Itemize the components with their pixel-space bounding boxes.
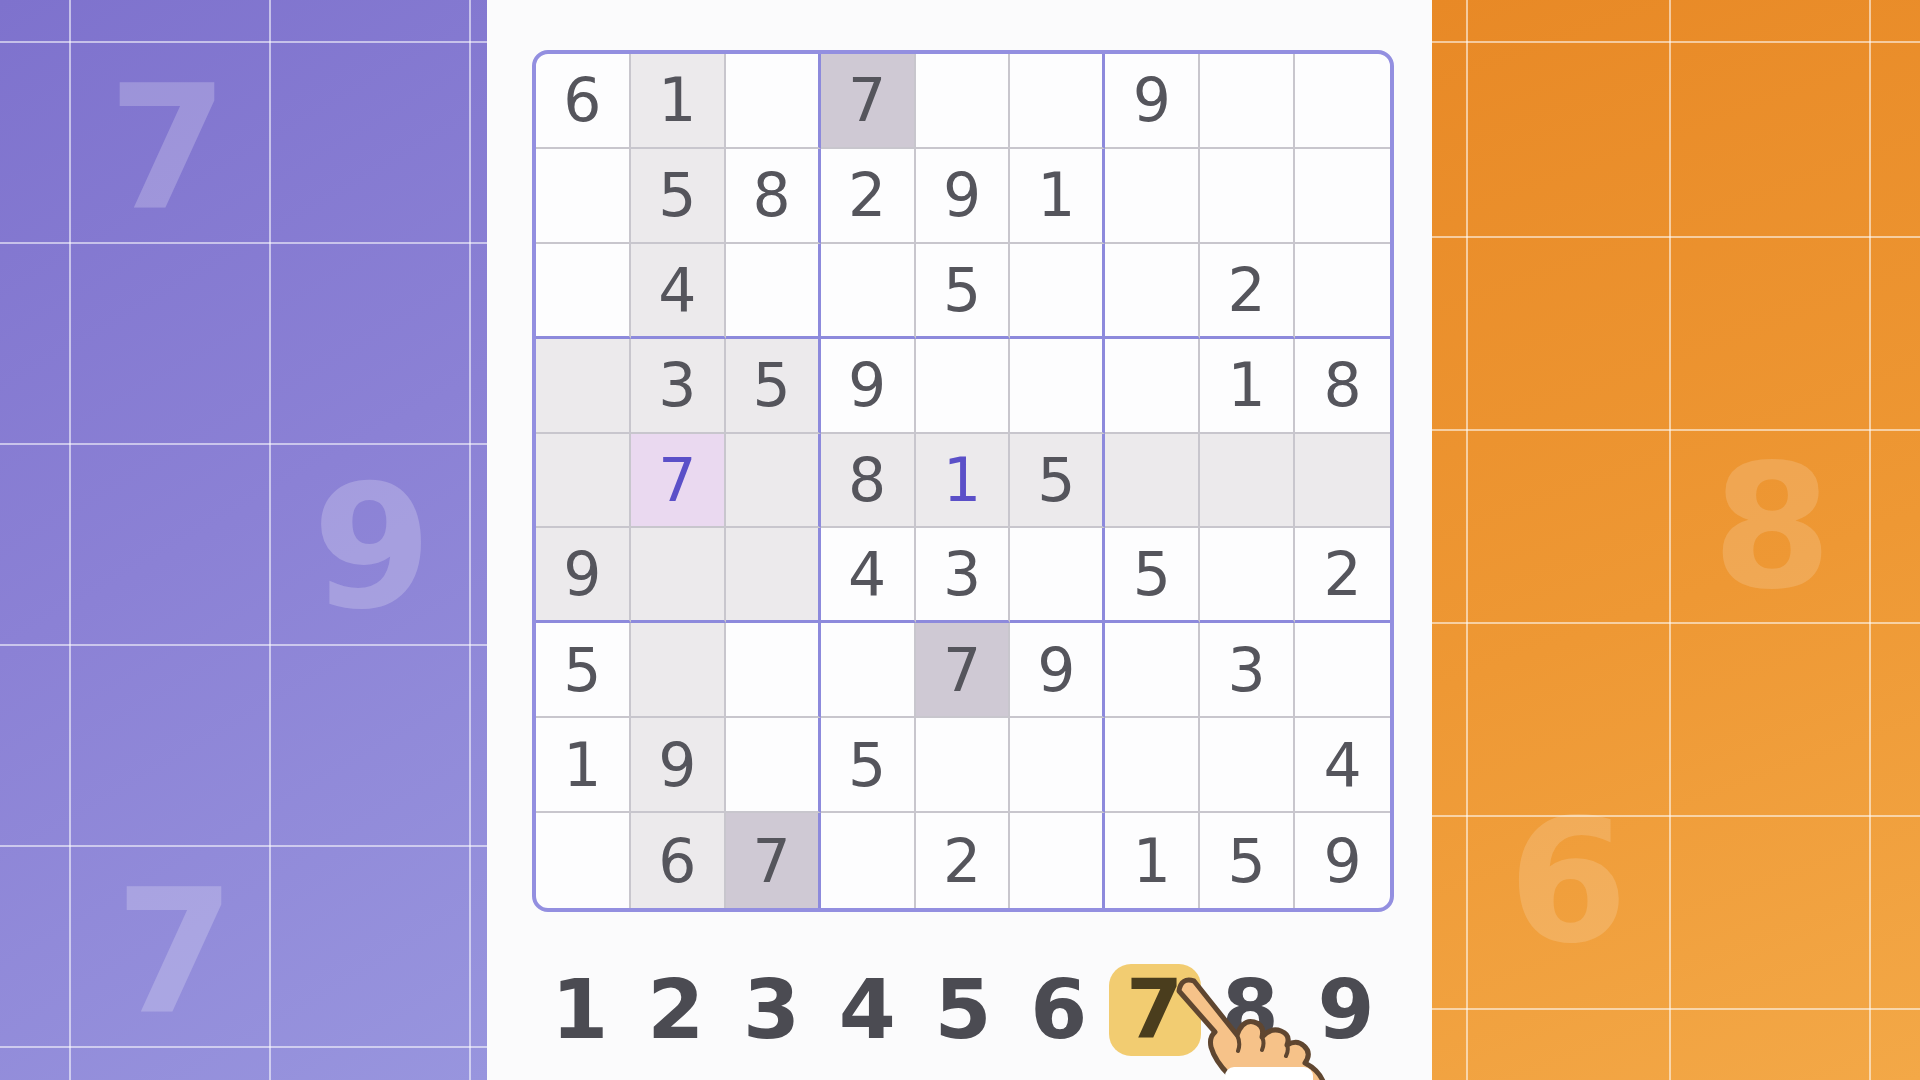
grid-cell-r8c3[interactable]	[726, 718, 821, 813]
grid-cell-r8c5[interactable]	[916, 718, 1011, 813]
grid-cell-r2c9[interactable]	[1295, 149, 1390, 244]
bg-grid-line	[1432, 41, 1920, 43]
cell-digit: 2	[1228, 260, 1266, 320]
cell-digit: 7	[943, 640, 981, 700]
grid-cell-r1c4[interactable]: 7	[821, 54, 916, 149]
game-panel: 6179582914523591878159435257931954672159…	[487, 0, 1432, 1080]
grid-cell-r5c9[interactable]	[1295, 434, 1390, 529]
grid-cell-r8c2[interactable]: 9	[631, 718, 726, 813]
cell-digit: 2	[1323, 544, 1361, 604]
cell-digit: 3	[1228, 640, 1266, 700]
grid-cell-r8c8[interactable]	[1200, 718, 1295, 813]
background-right-panel: 8 6	[1432, 0, 1920, 1080]
grid-cell-r1c3[interactable]	[726, 54, 821, 149]
grid-cell-r8c7[interactable]	[1105, 718, 1200, 813]
grid-cell-r7c8[interactable]: 3	[1200, 623, 1295, 718]
cell-digit: 6	[658, 831, 696, 891]
cell-digit: 5	[1228, 831, 1266, 891]
bg-grid-line	[0, 242, 487, 244]
cell-digit: 9	[1037, 640, 1075, 700]
grid-cell-r6c1[interactable]: 9	[536, 528, 631, 623]
grid-cell-r2c2[interactable]: 5	[631, 149, 726, 244]
grid-cell-r7c7[interactable]	[1105, 623, 1200, 718]
sudoku-app-screen: { "game": "sudoku", "board": { "size": "…	[0, 0, 1920, 1080]
cell-digit: 4	[848, 544, 886, 604]
bg-grid-line	[269, 0, 271, 1080]
grid-cell-r3c6[interactable]	[1010, 244, 1105, 339]
cell-digit: 8	[1323, 355, 1361, 415]
grid-cell-r5c3[interactable]	[726, 434, 821, 529]
grid-cell-r6c9[interactable]: 2	[1295, 528, 1390, 623]
bg-grid-line	[1432, 1008, 1920, 1010]
cell-digit: 3	[943, 544, 981, 604]
cell-digit: 1	[943, 450, 981, 510]
cell-digit: 8	[753, 165, 791, 225]
ghost-digit: 9	[312, 462, 432, 634]
numpad-key-label: 5	[934, 969, 991, 1051]
grid-cell-r9c2[interactable]: 6	[631, 813, 726, 908]
grid-cell-r9c7[interactable]: 1	[1105, 813, 1200, 908]
grid-cell-r4c7[interactable]	[1105, 339, 1200, 434]
cell-digit: 7	[753, 831, 791, 891]
bg-grid-line	[1466, 0, 1468, 1080]
grid-cell-r3c4[interactable]	[821, 244, 916, 339]
cell-digit: 1	[1133, 831, 1171, 891]
cell-digit: 3	[658, 355, 696, 415]
grid-cell-r1c8[interactable]	[1200, 54, 1295, 149]
grid-cell-r4c3[interactable]: 5	[726, 339, 821, 434]
cell-digit: 5	[1037, 450, 1075, 510]
grid-cell-r9c8[interactable]: 5	[1200, 813, 1295, 908]
grid-cell-r2c4[interactable]: 2	[821, 149, 916, 244]
cell-digit: 4	[658, 260, 696, 320]
numpad-key-1[interactable]: 1	[532, 940, 628, 1080]
bg-grid-line	[0, 845, 487, 847]
grid-cell-r8c1[interactable]: 1	[536, 718, 631, 813]
cell-digit: 9	[658, 735, 696, 795]
grid-cell-r9c5[interactable]: 2	[916, 813, 1011, 908]
bg-grid-line	[1669, 0, 1671, 1080]
numpad-key-label: 4	[839, 969, 896, 1051]
grid-cell-r6c5[interactable]: 3	[916, 528, 1011, 623]
numpad-key-label: 2	[647, 969, 704, 1051]
bg-grid-line	[469, 0, 471, 1080]
cell-digit: 2	[848, 165, 886, 225]
grid-cell-r7c3[interactable]	[726, 623, 821, 718]
grid-cell-r6c3[interactable]	[726, 528, 821, 623]
grid-cell-r7c1[interactable]: 5	[536, 623, 631, 718]
grid-cell-r4c8[interactable]: 1	[1200, 339, 1295, 434]
grid-cell-r4c9[interactable]: 8	[1295, 339, 1390, 434]
cell-digit: 9	[1133, 70, 1171, 130]
cell-digit: 9	[563, 544, 601, 604]
grid-cell-r7c6[interactable]: 9	[1010, 623, 1105, 718]
sudoku-grid: 6179582914523591878159435257931954672159	[532, 50, 1394, 912]
background-left-panel: 7 9 7	[0, 0, 487, 1080]
grid-cell-r5c4[interactable]: 8	[821, 434, 916, 529]
grid-cell-r5c7[interactable]	[1105, 434, 1200, 529]
ghost-digit: 7	[108, 62, 228, 234]
grid-cell-r6c4[interactable]: 4	[821, 528, 916, 623]
grid-cell-r6c7[interactable]: 5	[1105, 528, 1200, 623]
grid-cell-r2c3[interactable]: 8	[726, 149, 821, 244]
grid-cell-r2c5[interactable]: 9	[916, 149, 1011, 244]
numpad-key-label: 1	[551, 969, 608, 1051]
numpad-key-4[interactable]: 4	[819, 940, 915, 1080]
grid-cell-r2c1[interactable]	[536, 149, 631, 244]
bg-grid-line	[0, 41, 487, 43]
bg-grid-line	[69, 0, 71, 1080]
cell-digit: 8	[848, 450, 886, 510]
numpad-key-label: 3	[743, 969, 800, 1051]
cell-digit: 5	[848, 735, 886, 795]
grid-cell-r2c8[interactable]	[1200, 149, 1295, 244]
grid-cell-r1c1[interactable]: 6	[536, 54, 631, 149]
cell-digit: 5	[658, 165, 696, 225]
grid-cell-r8c4[interactable]: 5	[821, 718, 916, 813]
bg-grid-line	[1869, 0, 1871, 1080]
grid-cell-r3c2[interactable]: 4	[631, 244, 726, 339]
cell-digit: 5	[563, 640, 601, 700]
grid-cell-r6c8[interactable]	[1200, 528, 1295, 623]
cell-digit: 5	[943, 260, 981, 320]
cell-digit: 1	[563, 735, 601, 795]
cell-digit: 1	[658, 70, 696, 130]
grid-cell-r3c9[interactable]	[1295, 244, 1390, 339]
bg-grid-line	[0, 1046, 487, 1048]
numpad-key-label: 6	[1030, 969, 1087, 1051]
grid-cell-r4c6[interactable]	[1010, 339, 1105, 434]
grid-cell-r3c5[interactable]: 5	[916, 244, 1011, 339]
cell-digit: 9	[1323, 831, 1361, 891]
grid-cell-r2c6[interactable]: 1	[1010, 149, 1105, 244]
cell-digit: 1	[1037, 165, 1075, 225]
cell-digit: 6	[563, 70, 601, 130]
grid-cell-r4c1[interactable]	[536, 339, 631, 434]
grid-cell-r9c1[interactable]	[536, 813, 631, 908]
grid-cell-r5c5[interactable]: 1	[916, 434, 1011, 529]
grid-cell-r1c7[interactable]: 9	[1105, 54, 1200, 149]
grid-cell-r5c6[interactable]: 5	[1010, 434, 1105, 529]
grid-cell-r7c5[interactable]: 7	[916, 623, 1011, 718]
ghost-digit: 7	[115, 866, 235, 1038]
cell-digit: 9	[848, 355, 886, 415]
grid-cell-r3c3[interactable]	[726, 244, 821, 339]
bg-grid-line	[1432, 236, 1920, 238]
bg-grid-line	[1432, 815, 1920, 817]
grid-cell-r8c9[interactable]: 4	[1295, 718, 1390, 813]
bg-grid-line	[1432, 429, 1920, 431]
numpad-key-2[interactable]: 2	[628, 940, 724, 1080]
grid-cell-r7c9[interactable]	[1295, 623, 1390, 718]
grid-cell-r5c1[interactable]	[536, 434, 631, 529]
grid-cell-r9c9[interactable]: 9	[1295, 813, 1390, 908]
grid-cell-r7c4[interactable]	[821, 623, 916, 718]
cell-digit: 5	[1133, 544, 1171, 604]
grid-cell-r7c2[interactable]	[631, 623, 726, 718]
grid-cell-r3c1[interactable]	[536, 244, 631, 339]
numpad-key-5[interactable]: 5	[915, 940, 1011, 1080]
grid-cell-r1c9[interactable]	[1295, 54, 1390, 149]
cell-digit: 5	[753, 355, 791, 415]
grid-cell-r2c7[interactable]	[1105, 149, 1200, 244]
cell-digit: 1	[1228, 355, 1266, 415]
numpad-key-3[interactable]: 3	[724, 940, 820, 1080]
grid-cell-r5c2[interactable]: 7	[631, 434, 726, 529]
grid-cell-r4c4[interactable]: 9	[821, 339, 916, 434]
bg-grid-line	[0, 443, 487, 445]
grid-cell-r6c6[interactable]	[1010, 528, 1105, 623]
grid-cell-r1c6[interactable]	[1010, 54, 1105, 149]
cell-digit: 7	[658, 450, 696, 510]
grid-cell-r5c8[interactable]	[1200, 434, 1295, 529]
ghost-digit: 6	[1508, 796, 1628, 968]
grid-cell-r6c2[interactable]	[631, 528, 726, 623]
hand-cursor-icon	[1155, 975, 1345, 1080]
grid-cell-r3c8[interactable]: 2	[1200, 244, 1295, 339]
grid-cell-r4c2[interactable]: 3	[631, 339, 726, 434]
cell-digit: 4	[1323, 735, 1361, 795]
grid-cell-r9c6[interactable]	[1010, 813, 1105, 908]
ghost-digit: 8	[1712, 442, 1832, 614]
cell-digit: 7	[848, 70, 886, 130]
grid-cell-r8c6[interactable]	[1010, 718, 1105, 813]
grid-cell-r1c2[interactable]: 1	[631, 54, 726, 149]
grid-cell-r4c5[interactable]	[916, 339, 1011, 434]
grid-cell-r1c5[interactable]	[916, 54, 1011, 149]
grid-cell-r9c4[interactable]	[821, 813, 916, 908]
grid-cell-r9c3[interactable]: 7	[726, 813, 821, 908]
bg-grid-line	[1432, 622, 1920, 624]
numpad-key-6[interactable]: 6	[1011, 940, 1107, 1080]
cell-digit: 2	[943, 831, 981, 891]
grid-cell-r3c7[interactable]	[1105, 244, 1200, 339]
cell-digit: 9	[943, 165, 981, 225]
